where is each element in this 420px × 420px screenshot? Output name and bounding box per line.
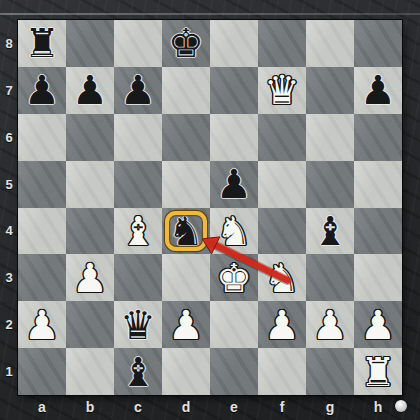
rank-label-2: 2 [0, 318, 18, 331]
square-b3[interactable]: ♟ [66, 254, 114, 301]
square-g4[interactable]: ♝ [306, 208, 354, 255]
black-bishop-g4[interactable]: ♝ [306, 208, 354, 255]
black-pawn-b7[interactable]: ♟ [66, 67, 114, 114]
square-g7[interactable] [306, 67, 354, 114]
square-d4[interactable]: ♞ [162, 208, 210, 255]
square-g5[interactable] [306, 161, 354, 208]
square-f1[interactable] [258, 348, 306, 395]
square-c6[interactable] [114, 114, 162, 161]
square-f5[interactable] [258, 161, 306, 208]
square-b6[interactable] [66, 114, 114, 161]
square-a8[interactable]: ♜ [18, 20, 66, 67]
square-a4[interactable] [18, 208, 66, 255]
square-b5[interactable] [66, 161, 114, 208]
square-e6[interactable] [210, 114, 258, 161]
chess-board: ♜♚♟♟♟♛♟♟♝♞♞♝♟♚♞♟♛♟♟♟♟♝♜ [18, 20, 402, 395]
white-knight-e4[interactable]: ♞ [210, 208, 258, 255]
rank-label-7: 7 [0, 84, 18, 97]
square-g2[interactable]: ♟ [306, 301, 354, 348]
black-pawn-h7[interactable]: ♟ [354, 67, 402, 114]
file-label-g: g [306, 399, 354, 415]
black-king-d8[interactable]: ♚ [162, 20, 210, 67]
square-b1[interactable] [66, 348, 114, 395]
square-h2[interactable]: ♟ [354, 301, 402, 348]
square-a7[interactable]: ♟ [18, 67, 66, 114]
file-label-f: f [258, 399, 306, 415]
black-pawn-e5[interactable]: ♟ [210, 161, 258, 208]
square-f4[interactable] [258, 208, 306, 255]
square-c2[interactable]: ♛ [114, 301, 162, 348]
square-c8[interactable] [114, 20, 162, 67]
rank-label-4: 4 [0, 224, 18, 237]
square-d3[interactable] [162, 254, 210, 301]
square-f7[interactable]: ♛ [258, 67, 306, 114]
square-h1[interactable]: ♜ [354, 348, 402, 395]
square-h6[interactable] [354, 114, 402, 161]
file-label-c: c [114, 399, 162, 415]
rank-label-6: 6 [0, 131, 18, 144]
white-pawn-a2[interactable]: ♟ [18, 301, 66, 348]
square-a3[interactable] [18, 254, 66, 301]
square-g3[interactable] [306, 254, 354, 301]
square-a6[interactable] [18, 114, 66, 161]
square-b7[interactable]: ♟ [66, 67, 114, 114]
square-d7[interactable] [162, 67, 210, 114]
side-to-move-indicator [395, 400, 407, 412]
rank-label-3: 3 [0, 271, 18, 284]
square-g6[interactable] [306, 114, 354, 161]
square-a5[interactable] [18, 161, 66, 208]
black-pawn-c7[interactable]: ♟ [114, 67, 162, 114]
white-queen-f7[interactable]: ♛ [258, 67, 306, 114]
file-label-b: b [66, 399, 114, 415]
square-a2[interactable]: ♟ [18, 301, 66, 348]
square-c5[interactable] [114, 161, 162, 208]
square-a1[interactable] [18, 348, 66, 395]
square-g1[interactable] [306, 348, 354, 395]
white-knight-f3[interactable]: ♞ [258, 254, 306, 301]
square-h3[interactable] [354, 254, 402, 301]
white-pawn-g2[interactable]: ♟ [306, 301, 354, 348]
square-e8[interactable] [210, 20, 258, 67]
square-e4[interactable]: ♞ [210, 208, 258, 255]
square-f2[interactable]: ♟ [258, 301, 306, 348]
black-bishop-c1[interactable]: ♝ [114, 348, 162, 395]
square-e1[interactable] [210, 348, 258, 395]
square-d8[interactable]: ♚ [162, 20, 210, 67]
square-e5[interactable]: ♟ [210, 161, 258, 208]
white-pawn-f2[interactable]: ♟ [258, 301, 306, 348]
black-knight-d4[interactable]: ♞ [162, 208, 210, 255]
square-b8[interactable] [66, 20, 114, 67]
black-rook-a8[interactable]: ♜ [18, 20, 66, 67]
square-h7[interactable]: ♟ [354, 67, 402, 114]
white-rook-h1[interactable]: ♜ [354, 348, 402, 395]
file-label-d: d [162, 399, 210, 415]
square-h5[interactable] [354, 161, 402, 208]
rank-label-5: 5 [0, 178, 18, 191]
black-pawn-a7[interactable]: ♟ [18, 67, 66, 114]
chess-diagram: ♜♚♟♟♟♛♟♟♝♞♞♝♟♚♞♟♛♟♟♟♟♝♜ 87654321abcdefgh [0, 0, 420, 420]
square-d6[interactable] [162, 114, 210, 161]
square-b4[interactable] [66, 208, 114, 255]
white-pawn-b3[interactable]: ♟ [66, 254, 114, 301]
square-b2[interactable] [66, 301, 114, 348]
rank-label-8: 8 [0, 37, 18, 50]
rank-label-1: 1 [0, 365, 18, 378]
white-pawn-h2[interactable]: ♟ [354, 301, 402, 348]
square-h4[interactable] [354, 208, 402, 255]
square-f6[interactable] [258, 114, 306, 161]
frame-bevel [0, 13, 420, 15]
square-d5[interactable] [162, 161, 210, 208]
square-f8[interactable] [258, 20, 306, 67]
square-c3[interactable] [114, 254, 162, 301]
square-e3[interactable]: ♚ [210, 254, 258, 301]
square-d1[interactable] [162, 348, 210, 395]
square-d2[interactable]: ♟ [162, 301, 210, 348]
square-f3[interactable]: ♞ [258, 254, 306, 301]
white-pawn-d2[interactable]: ♟ [162, 301, 210, 348]
file-label-e: e [210, 399, 258, 415]
square-g8[interactable] [306, 20, 354, 67]
black-queen-c2[interactable]: ♛ [114, 301, 162, 348]
square-c7[interactable]: ♟ [114, 67, 162, 114]
white-bishop-c4[interactable]: ♝ [114, 208, 162, 255]
square-c1[interactable]: ♝ [114, 348, 162, 395]
square-c4[interactable]: ♝ [114, 208, 162, 255]
square-e2[interactable] [210, 301, 258, 348]
square-e7[interactable] [210, 67, 258, 114]
square-h8[interactable] [354, 20, 402, 67]
file-label-a: a [18, 399, 66, 415]
white-king-e3[interactable]: ♚ [210, 254, 258, 301]
